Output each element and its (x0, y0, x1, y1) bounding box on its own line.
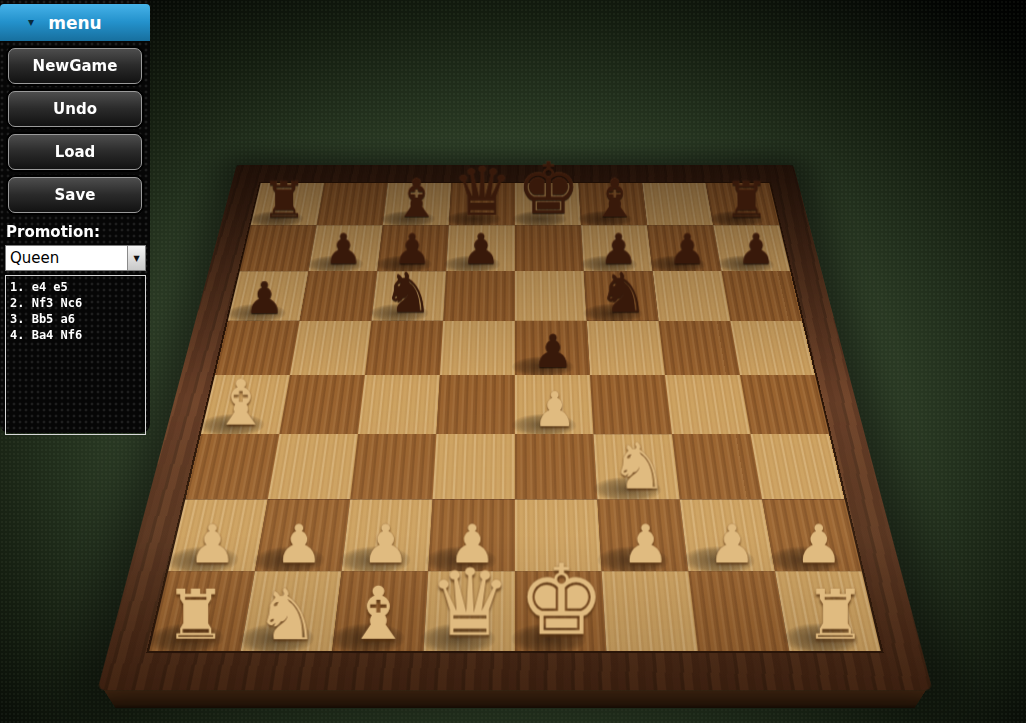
square-b4[interactable] (279, 375, 365, 434)
square-e3[interactable] (515, 434, 597, 499)
square-h7[interactable]: ♟ (713, 225, 790, 271)
newgame-button[interactable]: NewGame (8, 48, 142, 84)
black-pawn[interactable]: ♟ (324, 228, 362, 270)
square-c4[interactable] (358, 375, 440, 434)
square-f6[interactable]: ♞ (584, 271, 659, 321)
square-c6[interactable]: ♞ (371, 271, 446, 321)
square-g4[interactable] (665, 375, 751, 434)
move-list[interactable]: 1. e4 e52. Nf3 Nc63. Bb5 a64. Ba4 Nf6 (5, 275, 146, 435)
square-e1[interactable]: ♚ (515, 571, 606, 651)
white-king[interactable]: ♚ (517, 552, 604, 649)
board-frame: ♜♝♛♚♝♜♟♟♟♟♟♟♟♞♞♟♝♟♞♟♟♟♟♟♟♟♜♞♝♛♚♜ (97, 165, 932, 690)
square-g6[interactable] (653, 271, 731, 321)
black-queen[interactable]: ♛ (452, 158, 512, 225)
white-pawn[interactable]: ♟ (533, 385, 576, 433)
square-e8[interactable]: ♚ (515, 183, 581, 225)
square-g5[interactable] (659, 321, 740, 375)
square-a7[interactable] (240, 225, 317, 271)
square-d1[interactable]: ♛ (424, 571, 515, 651)
square-h5[interactable] (730, 321, 815, 375)
square-a4[interactable]: ♝ (201, 375, 290, 434)
square-f2[interactable]: ♟ (597, 499, 688, 571)
square-f4[interactable] (590, 375, 672, 434)
square-h8[interactable]: ♜ (706, 183, 780, 225)
white-pawn[interactable]: ♟ (708, 517, 756, 570)
square-b6[interactable] (300, 271, 378, 321)
black-pawn[interactable]: ♟ (532, 328, 573, 374)
square-f5[interactable] (587, 321, 665, 375)
square-d7[interactable]: ♟ (446, 225, 515, 271)
white-pawn[interactable]: ♟ (275, 517, 323, 570)
black-pawn[interactable]: ♟ (462, 228, 500, 270)
square-c5[interactable] (365, 321, 443, 375)
square-e5[interactable]: ♟ (515, 321, 590, 375)
square-h3[interactable] (751, 434, 845, 499)
promotion-select-value: Queen (6, 249, 127, 267)
square-g2[interactable]: ♟ (680, 499, 775, 571)
white-knight[interactable]: ♞ (255, 579, 318, 650)
white-bishop[interactable]: ♝ (212, 371, 268, 434)
square-b1[interactable]: ♞ (241, 571, 342, 651)
move-entry: 2. Nf3 Nc6 (10, 295, 141, 311)
black-knight[interactable]: ♞ (383, 265, 433, 320)
white-rook[interactable]: ♜ (165, 582, 226, 650)
black-bishop[interactable]: ♝ (590, 172, 637, 225)
white-pawn[interactable]: ♟ (188, 517, 236, 570)
black-rook[interactable]: ♜ (262, 175, 306, 224)
table-scene: ♜♝♛♚♝♜♟♟♟♟♟♟♟♞♞♟♝♟♞♟♟♟♟♟♟♟♜♞♝♛♚♜ (0, 0, 1026, 723)
black-rook[interactable]: ♜ (724, 175, 768, 224)
square-e6[interactable] (515, 271, 587, 321)
move-entry: 1. e4 e5 (10, 279, 141, 295)
square-d4[interactable] (436, 375, 515, 434)
square-d5[interactable] (440, 321, 515, 375)
move-entry: 3. Bb5 a6 (10, 311, 141, 327)
promotion-label: Promotion: (6, 223, 150, 241)
square-f8[interactable]: ♝ (579, 183, 648, 225)
menu-panel: ▾ menu NewGame Undo Load Save Promotion:… (0, 0, 150, 433)
black-pawn[interactable]: ♟ (668, 228, 706, 270)
white-rook[interactable]: ♜ (804, 582, 865, 650)
black-knight[interactable]: ♞ (598, 265, 648, 320)
square-e4[interactable]: ♟ (515, 375, 594, 434)
square-a8[interactable]: ♜ (251, 183, 325, 225)
square-h6[interactable] (721, 271, 802, 321)
square-d6[interactable] (443, 271, 515, 321)
load-button[interactable]: Load (8, 134, 142, 170)
white-pawn[interactable]: ♟ (794, 517, 842, 570)
board-front-edge (104, 690, 927, 708)
square-h2[interactable]: ♟ (762, 499, 862, 571)
square-g3[interactable] (672, 434, 762, 499)
move-entry: 4. Ba4 Nf6 (10, 327, 141, 343)
square-h1[interactable]: ♜ (775, 571, 881, 651)
square-b8[interactable] (317, 183, 388, 225)
square-g7[interactable]: ♟ (647, 225, 721, 271)
square-c3[interactable] (350, 434, 436, 499)
white-pawn[interactable]: ♟ (621, 517, 669, 570)
square-g1[interactable] (688, 571, 789, 651)
square-b7[interactable]: ♟ (309, 225, 383, 271)
undo-button[interactable]: Undo (8, 91, 142, 127)
square-c2[interactable]: ♟ (342, 499, 433, 571)
dropdown-arrow-icon: ▼ (127, 246, 145, 270)
menu-header[interactable]: ▾ menu (0, 4, 150, 41)
square-d8[interactable]: ♛ (449, 183, 515, 225)
square-e7[interactable] (515, 225, 584, 271)
square-a6[interactable]: ♟ (228, 271, 309, 321)
board-grid: ♜♝♛♚♝♜♟♟♟♟♟♟♟♞♞♟♝♟♞♟♟♟♟♟♟♟♜♞♝♛♚♜ (149, 183, 880, 651)
collapse-caret-icon: ▾ (28, 14, 34, 28)
square-b3[interactable] (268, 434, 358, 499)
square-f3[interactable]: ♞ (594, 434, 680, 499)
white-knight[interactable]: ♞ (610, 435, 667, 499)
square-g8[interactable] (642, 183, 713, 225)
white-queen[interactable]: ♛ (428, 557, 511, 650)
save-button[interactable]: Save (8, 177, 142, 213)
square-c8[interactable]: ♝ (383, 183, 452, 225)
black-pawn[interactable]: ♟ (737, 228, 775, 270)
square-h4[interactable] (740, 375, 829, 434)
white-pawn[interactable]: ♟ (361, 517, 409, 570)
square-d3[interactable] (433, 434, 515, 499)
square-f1[interactable] (602, 571, 698, 651)
menu-header-label: menu (48, 13, 101, 33)
chess-board[interactable]: ♜♝♛♚♝♜♟♟♟♟♟♟♟♞♞♟♝♟♞♟♟♟♟♟♟♟♜♞♝♛♚♜ (97, 165, 932, 690)
square-a3[interactable] (185, 434, 279, 499)
black-bishop[interactable]: ♝ (392, 172, 439, 225)
square-b2[interactable]: ♟ (255, 499, 350, 571)
white-bishop[interactable]: ♝ (345, 577, 411, 650)
black-king[interactable]: ♚ (516, 154, 579, 224)
square-b5[interactable] (290, 321, 371, 375)
black-pawn[interactable]: ♟ (244, 276, 283, 320)
square-c1[interactable]: ♝ (332, 571, 428, 651)
promotion-select[interactable]: Queen ▼ (5, 245, 146, 271)
